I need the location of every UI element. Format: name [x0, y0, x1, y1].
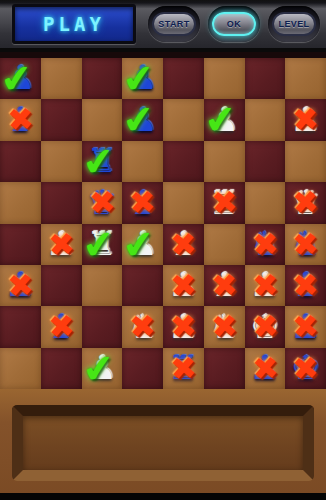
blue-knight: ♞: [245, 224, 286, 264]
white-rook: ♜: [204, 183, 245, 223]
check-icon: ✔: [116, 57, 161, 101]
ok-button[interactable]: OK: [208, 6, 260, 42]
board-square[interactable]: ♟✔: [0, 58, 41, 99]
white-pawn: ♟: [41, 224, 82, 264]
chess-board: ♟✔♟✔♝✖♟✔♟✔♟✖♜✔♛✖♝✖♜✖♛✖♟✖♜✔♟✔♝✖♞✖♞✖♟✖♟✖♝✖…: [0, 58, 326, 389]
board-square[interactable]: ♚✖: [285, 348, 326, 389]
white-pawn: ♟: [82, 348, 123, 388]
blue-queen: ♛: [82, 183, 123, 223]
white-pawn: ♟: [204, 100, 245, 140]
cross-icon: ✖: [243, 221, 287, 266]
board-square[interactable]: ♟✖: [163, 306, 204, 347]
board-square[interactable]: ♝✖: [285, 265, 326, 306]
cross-icon: ✖: [284, 345, 326, 390]
board-square[interactable]: [163, 99, 204, 140]
board-square[interactable]: ♟✔: [204, 99, 245, 140]
board-square[interactable]: ♝✖: [163, 224, 204, 265]
board-square[interactable]: [41, 182, 82, 223]
board-square[interactable]: ♟✔: [122, 58, 163, 99]
board-square[interactable]: ♟✖: [163, 265, 204, 306]
board-square[interactable]: ♟✖: [285, 306, 326, 347]
blue-pawn: ♟: [285, 307, 326, 347]
board-square[interactable]: [122, 265, 163, 306]
cross-icon: ✖: [284, 304, 326, 349]
board-square[interactable]: [245, 58, 286, 99]
board-square[interactable]: ♝✖: [204, 265, 245, 306]
blue-pawn: ♟: [0, 265, 41, 305]
board-square[interactable]: [285, 58, 326, 99]
white-pawn: ♟: [163, 265, 204, 305]
board-square[interactable]: ♟✔: [82, 348, 123, 389]
white-pawn: ♟: [163, 307, 204, 347]
board-square[interactable]: [82, 306, 123, 347]
board-square[interactable]: [285, 141, 326, 182]
board-square[interactable]: ♟✖: [41, 224, 82, 265]
board-square[interactable]: [82, 265, 123, 306]
board-square[interactable]: ♞✖: [285, 224, 326, 265]
check-icon: ✔: [0, 57, 39, 101]
board-square[interactable]: ♛✖: [82, 182, 123, 223]
cross-icon: ✖: [162, 263, 206, 308]
board-square[interactable]: [82, 58, 123, 99]
blue-bishop: ♝: [0, 100, 41, 140]
check-icon: ✔: [116, 98, 161, 142]
cross-icon: ✖: [80, 180, 124, 225]
board-square[interactable]: ♟✖: [245, 265, 286, 306]
cross-icon: ✖: [243, 345, 287, 390]
board-square[interactable]: [204, 348, 245, 389]
board-square[interactable]: [41, 265, 82, 306]
board-square[interactable]: [0, 182, 41, 223]
start-button[interactable]: START: [148, 6, 200, 42]
cross-icon: ✖: [0, 263, 42, 308]
button-row: START OK LEVEL: [148, 6, 320, 42]
cross-icon: ✖: [121, 180, 165, 225]
white-king: ♚: [245, 307, 286, 347]
cross-icon: ✖: [162, 304, 206, 349]
white-knight: ♞: [204, 307, 245, 347]
level-button[interactable]: LEVEL: [268, 6, 320, 42]
blue-rook: ♜: [163, 348, 204, 388]
board-square[interactable]: ♚✖: [245, 306, 286, 347]
board-square[interactable]: [245, 141, 286, 182]
board-square[interactable]: [245, 99, 286, 140]
cross-icon: ✖: [162, 221, 206, 266]
white-queen: ♛: [285, 183, 326, 223]
white-pawn: ♟: [245, 265, 286, 305]
board-square[interactable]: [204, 58, 245, 99]
board-square[interactable]: [0, 306, 41, 347]
board-square[interactable]: [122, 141, 163, 182]
top-bar: PLAY START OK LEVEL: [0, 0, 326, 52]
white-bishop: ♝: [204, 265, 245, 305]
board-square[interactable]: [41, 58, 82, 99]
cross-icon: ✖: [121, 304, 165, 349]
board-square[interactable]: ♟✖: [0, 265, 41, 306]
board-square[interactable]: ♞✖: [245, 224, 286, 265]
cross-icon: ✖: [284, 221, 326, 266]
tray-inset-panel: [12, 405, 314, 481]
white-pawn: ♟: [285, 100, 326, 140]
check-icon: ✔: [116, 222, 161, 266]
bottom-strip: [0, 493, 326, 500]
cross-icon: ✖: [0, 97, 42, 142]
board-square[interactable]: [41, 141, 82, 182]
board-square[interactable]: ♜✔: [82, 141, 123, 182]
white-bishop: ♝: [163, 224, 204, 264]
cross-icon: ✖: [243, 304, 287, 349]
board-square[interactable]: ♟✖: [245, 348, 286, 389]
board-square[interactable]: ♝✖: [41, 306, 82, 347]
lcd-text: PLAY: [43, 13, 105, 35]
white-pawn: ♟: [122, 224, 163, 264]
board-square[interactable]: [163, 58, 204, 99]
cross-icon: ✖: [162, 345, 206, 390]
check-icon: ✔: [198, 98, 243, 142]
start-button-label: START: [152, 12, 196, 36]
board-square[interactable]: [163, 141, 204, 182]
check-icon: ✔: [76, 140, 121, 184]
board-square[interactable]: ♜✖: [204, 182, 245, 223]
lcd-display: PLAY: [12, 4, 136, 44]
blue-king: ♚: [285, 348, 326, 388]
blue-pawn: ♟: [122, 100, 163, 140]
cross-icon: ✖: [284, 263, 326, 308]
board-square[interactable]: [82, 99, 123, 140]
check-icon: ✔: [76, 222, 121, 266]
board-square[interactable]: [0, 141, 41, 182]
blue-pawn: ♟: [122, 58, 163, 98]
check-icon: ✔: [76, 347, 121, 391]
board-square[interactable]: ♞✖: [122, 306, 163, 347]
cross-icon: ✖: [202, 304, 246, 349]
board-square[interactable]: ♝✖: [122, 182, 163, 223]
board-square[interactable]: [163, 182, 204, 223]
board-square[interactable]: [0, 224, 41, 265]
board-square[interactable]: [204, 224, 245, 265]
cross-icon: ✖: [39, 221, 83, 266]
board-square[interactable]: [204, 141, 245, 182]
board-square[interactable]: ♜✔: [82, 224, 123, 265]
board-square[interactable]: [245, 182, 286, 223]
board-square[interactable]: ♝✖: [0, 99, 41, 140]
blue-bishop: ♝: [41, 307, 82, 347]
board-square[interactable]: ♛✖: [285, 182, 326, 223]
board-square[interactable]: [0, 348, 41, 389]
white-rook: ♜: [82, 224, 123, 264]
blue-rook: ♜: [82, 141, 123, 181]
cross-icon: ✖: [284, 180, 326, 225]
board-square[interactable]: ♜✖: [163, 348, 204, 389]
ok-button-label: OK: [212, 12, 256, 36]
blue-knight: ♞: [285, 224, 326, 264]
board-square[interactable]: [122, 348, 163, 389]
blue-bishop: ♝: [285, 265, 326, 305]
board-square[interactable]: [41, 99, 82, 140]
level-button-label: LEVEL: [272, 12, 316, 36]
blue-pawn: ♟: [245, 348, 286, 388]
board-square[interactable]: ♟✖: [285, 99, 326, 140]
blue-bishop: ♝: [122, 183, 163, 223]
wooden-tray: [0, 389, 326, 500]
cross-icon: ✖: [243, 263, 287, 308]
board-square[interactable]: ♞✖: [204, 306, 245, 347]
white-knight: ♞: [122, 307, 163, 347]
cross-icon: ✖: [284, 97, 326, 142]
board-square[interactable]: [41, 348, 82, 389]
cross-icon: ✖: [39, 304, 83, 349]
board-square[interactable]: ♟✔: [122, 99, 163, 140]
cross-icon: ✖: [202, 263, 246, 308]
cross-icon: ✖: [202, 180, 246, 225]
blue-pawn: ♟: [0, 58, 41, 98]
board-square[interactable]: ♟✔: [122, 224, 163, 265]
